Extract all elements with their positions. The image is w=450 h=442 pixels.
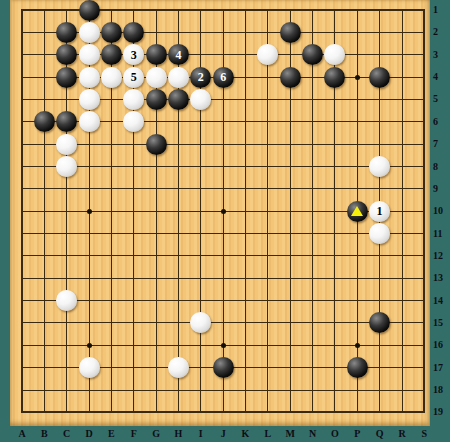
black-stone-C3[interactable] [56, 44, 77, 65]
grid-line-horizontal [21, 411, 425, 413]
move-number-1: 1 [377, 205, 383, 217]
black-stone-N3[interactable] [302, 44, 323, 65]
black-stone-G3[interactable] [146, 44, 167, 65]
col-label-Q: Q [373, 429, 387, 439]
col-label-A: A [15, 429, 29, 439]
black-stone-C4[interactable] [56, 67, 77, 88]
black-stone-C2[interactable] [56, 22, 77, 43]
triangle-marker-icon [351, 206, 363, 216]
black-stone-M2[interactable] [280, 22, 301, 43]
grid-line-horizontal [21, 390, 425, 391]
grid-line-horizontal [21, 255, 425, 256]
black-stone-C6[interactable] [56, 111, 77, 132]
white-stone-D4[interactable] [79, 67, 100, 88]
col-label-G: G [149, 429, 163, 439]
white-stone-Q11[interactable] [369, 223, 390, 244]
row-label-2: 2 [433, 27, 450, 37]
move-number-2: 2 [198, 71, 204, 83]
white-stone-I5[interactable] [190, 89, 211, 110]
black-stone-D1[interactable] [79, 0, 100, 21]
row-label-13: 13 [433, 273, 450, 283]
row-label-6: 6 [433, 117, 450, 127]
white-stone-C14[interactable] [56, 290, 77, 311]
black-stone-B6[interactable] [34, 111, 55, 132]
white-stone-O3[interactable] [324, 44, 345, 65]
col-label-M: M [283, 429, 297, 439]
black-stone-P10[interactable] [347, 201, 368, 222]
grid-line-horizontal [21, 300, 425, 301]
black-stone-I4[interactable]: 2 [190, 67, 211, 88]
black-stone-Q4[interactable] [369, 67, 390, 88]
white-stone-F4[interactable]: 5 [123, 67, 144, 88]
col-label-R: R [395, 429, 409, 439]
star-point-J10 [221, 209, 226, 214]
grid-line-vertical [312, 9, 313, 413]
row-label-11: 11 [433, 229, 450, 239]
black-stone-H5[interactable] [168, 89, 189, 110]
grid-line-vertical [423, 9, 425, 413]
col-label-I: I [194, 429, 208, 439]
white-stone-Q8[interactable] [369, 156, 390, 177]
black-stone-O4[interactable] [324, 67, 345, 88]
row-label-9: 9 [433, 184, 450, 194]
white-stone-D3[interactable] [79, 44, 100, 65]
row-label-5: 5 [433, 94, 450, 104]
white-stone-E4[interactable] [101, 67, 122, 88]
white-stone-D6[interactable] [79, 111, 100, 132]
row-label-19: 19 [433, 407, 450, 417]
white-stone-C8[interactable] [56, 156, 77, 177]
col-label-S: S [417, 429, 431, 439]
black-stone-F2[interactable] [123, 22, 144, 43]
white-stone-F6[interactable] [123, 111, 144, 132]
white-stone-F3[interactable]: 3 [123, 44, 144, 65]
col-label-B: B [37, 429, 51, 439]
row-label-16: 16 [433, 340, 450, 350]
black-stone-G5[interactable] [146, 89, 167, 110]
black-stone-H3[interactable]: 4 [168, 44, 189, 65]
col-label-L: L [261, 429, 275, 439]
move-number-6: 6 [220, 71, 226, 83]
col-label-J: J [216, 429, 230, 439]
white-stone-F5[interactable] [123, 89, 144, 110]
black-stone-E2[interactable] [101, 22, 122, 43]
move-number-5: 5 [131, 71, 137, 83]
row-label-14: 14 [433, 296, 450, 306]
white-stone-G4[interactable] [146, 67, 167, 88]
grid-line-vertical [267, 9, 268, 413]
black-stone-Q15[interactable] [369, 312, 390, 333]
row-label-3: 3 [433, 50, 450, 60]
white-stone-D5[interactable] [79, 89, 100, 110]
grid-line-vertical [402, 9, 403, 413]
grid-line-horizontal [21, 322, 425, 323]
move-number-3: 3 [131, 49, 137, 61]
col-label-C: C [60, 429, 74, 439]
row-label-8: 8 [433, 162, 450, 172]
star-point-P4 [355, 75, 360, 80]
go-board[interactable]: 345261 [10, 0, 430, 426]
col-label-H: H [172, 429, 186, 439]
col-label-K: K [239, 429, 253, 439]
row-label-4: 4 [433, 72, 450, 82]
grid-line-horizontal [21, 278, 425, 279]
white-stone-H17[interactable] [168, 357, 189, 378]
row-label-1: 1 [433, 5, 450, 15]
white-stone-L3[interactable] [257, 44, 278, 65]
white-stone-Q10[interactable]: 1 [369, 201, 390, 222]
star-point-J16 [221, 343, 226, 348]
col-label-F: F [127, 429, 141, 439]
row-label-15: 15 [433, 318, 450, 328]
col-label-D: D [82, 429, 96, 439]
black-stone-J17[interactable] [213, 357, 234, 378]
row-label-10: 10 [433, 206, 450, 216]
col-label-E: E [104, 429, 118, 439]
black-stone-M4[interactable] [280, 67, 301, 88]
black-stone-G7[interactable] [146, 134, 167, 155]
col-label-P: P [350, 429, 364, 439]
white-stone-D17[interactable] [79, 357, 100, 378]
move-number-4: 4 [176, 49, 182, 61]
black-stone-P17[interactable] [347, 357, 368, 378]
row-label-12: 12 [433, 251, 450, 261]
star-point-D16 [87, 343, 92, 348]
row-label-18: 18 [433, 385, 450, 395]
black-stone-E3[interactable] [101, 44, 122, 65]
star-point-D10 [87, 209, 92, 214]
white-stone-D2[interactable] [79, 22, 100, 43]
grid-line-horizontal [21, 233, 425, 234]
white-stone-I15[interactable] [190, 312, 211, 333]
white-stone-C7[interactable] [56, 134, 77, 155]
white-stone-H4[interactable] [168, 67, 189, 88]
col-label-O: O [328, 429, 342, 439]
black-stone-J4[interactable]: 6 [213, 67, 234, 88]
row-label-7: 7 [433, 139, 450, 149]
col-label-N: N [306, 429, 320, 439]
go-game-screen: 345261 12345678910111213141516171819 ABC… [0, 0, 450, 442]
row-label-17: 17 [433, 363, 450, 373]
grid-line-vertical [245, 9, 246, 413]
star-point-P16 [355, 343, 360, 348]
